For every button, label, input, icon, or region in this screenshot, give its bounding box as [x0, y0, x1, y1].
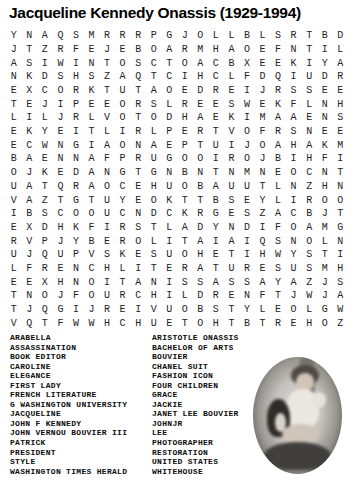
word-item[interactable]: JOHN VERNOU BOUVIER III [10, 428, 127, 438]
grid-cell[interactable]: B [239, 316, 255, 330]
grid-cell[interactable]: G [161, 29, 177, 43]
grid-cell[interactable]: L [6, 262, 22, 276]
grid-cell[interactable]: R [115, 221, 131, 235]
grid-cell[interactable]: R [6, 234, 22, 248]
grid-cell[interactable]: N [22, 289, 38, 303]
grid-cell[interactable]: O [115, 97, 131, 111]
grid-cell[interactable]: T [317, 248, 333, 262]
grid-cell[interactable]: W [301, 289, 317, 303]
grid-cell[interactable]: E [224, 289, 240, 303]
grid-cell[interactable]: E [317, 125, 333, 139]
grid-cell[interactable]: S [239, 207, 255, 221]
grid-cell[interactable]: Y [6, 29, 22, 43]
grid-cell[interactable]: W [332, 303, 348, 317]
grid-cell[interactable]: Y [115, 193, 131, 207]
grid-cell[interactable]: I [286, 152, 302, 166]
grid-cell[interactable]: N [84, 56, 100, 70]
grid-cell[interactable]: L [301, 303, 317, 317]
grid-cell[interactable]: N [332, 179, 348, 193]
grid-cell[interactable]: U [146, 152, 162, 166]
grid-cell[interactable]: T [301, 29, 317, 43]
grid-cell[interactable]: F [22, 262, 38, 276]
grid-cell[interactable]: J [99, 43, 115, 57]
grid-cell[interactable]: M [332, 138, 348, 152]
grid-cell[interactable]: T [130, 84, 146, 98]
grid-cell[interactable]: A [6, 56, 22, 70]
grid-cell[interactable]: V [6, 193, 22, 207]
grid-cell[interactable]: U [6, 179, 22, 193]
grid-cell[interactable]: C [84, 262, 100, 276]
grid-cell[interactable]: K [224, 111, 240, 125]
grid-cell[interactable]: A [84, 152, 100, 166]
grid-cell[interactable]: T [130, 111, 146, 125]
word-item[interactable]: WASHINGTON TIMES HERALD [10, 467, 127, 477]
grid-cell[interactable]: S [286, 125, 302, 139]
grid-cell[interactable]: E [255, 262, 271, 276]
grid-cell[interactable]: E [270, 56, 286, 70]
grid-cell[interactable]: A [177, 221, 193, 235]
grid-cell[interactable]: T [115, 275, 131, 289]
grid-cell[interactable]: E [332, 125, 348, 139]
grid-cell[interactable]: C [286, 207, 302, 221]
grid-cell[interactable]: B [130, 43, 146, 57]
grid-cell[interactable]: O [317, 316, 333, 330]
grid-cell[interactable]: S [301, 262, 317, 276]
grid-cell[interactable]: A [161, 43, 177, 57]
grid-cell[interactable]: A [99, 138, 115, 152]
grid-cell[interactable]: R [193, 207, 209, 221]
grid-cell[interactable]: E [6, 275, 22, 289]
grid-cell[interactable]: I [239, 84, 255, 98]
grid-cell[interactable]: I [177, 70, 193, 84]
grid-cell[interactable]: R [99, 303, 115, 317]
grid-cell[interactable]: L [317, 234, 333, 248]
grid-cell[interactable]: C [115, 207, 131, 221]
grid-cell[interactable]: B [193, 303, 209, 317]
grid-cell[interactable]: T [99, 56, 115, 70]
grid-cell[interactable]: A [115, 70, 131, 84]
grid-cell[interactable]: I [224, 138, 240, 152]
grid-cell[interactable]: Q [53, 29, 69, 43]
grid-cell[interactable]: E [115, 303, 131, 317]
word-item[interactable]: PATRICK [10, 438, 127, 448]
grid-cell[interactable]: N [301, 125, 317, 139]
grid-cell[interactable]: A [224, 234, 240, 248]
word-item[interactable]: FASHION ICON [152, 371, 239, 381]
word-item[interactable]: UNITED STATES [152, 457, 239, 467]
grid-cell[interactable]: N [130, 138, 146, 152]
grid-cell[interactable]: C [115, 316, 131, 330]
grid-cell[interactable]: T [224, 248, 240, 262]
grid-cell[interactable]: I [161, 289, 177, 303]
grid-cell[interactable]: I [255, 221, 271, 235]
grid-cell[interactable]: L [301, 97, 317, 111]
grid-cell[interactable]: E [115, 43, 131, 57]
grid-cell[interactable]: O [84, 207, 100, 221]
grid-cell[interactable]: V [22, 234, 38, 248]
word-item[interactable]: ELEGANCE [10, 371, 127, 381]
grid-cell[interactable]: E [255, 43, 271, 57]
grid-cell[interactable]: E [161, 262, 177, 276]
grid-cell[interactable]: R [270, 316, 286, 330]
grid-cell[interactable]: X [239, 56, 255, 70]
grid-cell[interactable]: U [301, 70, 317, 84]
grid-cell[interactable]: L [115, 262, 131, 276]
grid-cell[interactable]: G [317, 303, 333, 317]
word-item[interactable]: STYLE [10, 457, 127, 467]
grid-cell[interactable]: M [255, 111, 271, 125]
grid-cell[interactable]: H [332, 262, 348, 276]
grid-cell[interactable]: E [270, 166, 286, 180]
grid-cell[interactable]: O [177, 303, 193, 317]
grid-cell[interactable]: L [332, 43, 348, 57]
grid-cell[interactable]: D [193, 221, 209, 235]
grid-cell[interactable]: H [286, 138, 302, 152]
grid-cell[interactable]: J [317, 289, 333, 303]
grid-cell[interactable]: A [193, 56, 209, 70]
grid-cell[interactable]: D [146, 207, 162, 221]
grid-cell[interactable]: H [53, 275, 69, 289]
grid-cell[interactable]: R [99, 29, 115, 43]
grid-cell[interactable]: H [193, 248, 209, 262]
grid-cell[interactable]: S [239, 275, 255, 289]
word-item[interactable]: G WASHINGTON UNIVERSITY [10, 400, 127, 410]
grid-cell[interactable]: O [177, 56, 193, 70]
grid-cell[interactable]: E [332, 84, 348, 98]
grid-cell[interactable]: H [301, 152, 317, 166]
word-item[interactable]: FOUR CHILDREN [152, 381, 239, 391]
grid-cell[interactable]: D [193, 84, 209, 98]
grid-cell[interactable]: L [99, 125, 115, 139]
grid-cell[interactable]: T [146, 262, 162, 276]
grid-cell[interactable]: U [239, 179, 255, 193]
grid-cell[interactable]: Y [255, 193, 271, 207]
grid-cell[interactable]: I [239, 234, 255, 248]
grid-cell[interactable]: T [6, 303, 22, 317]
grid-cell[interactable]: U [146, 316, 162, 330]
grid-cell[interactable]: O [146, 43, 162, 57]
word-item[interactable]: BOUVIER [152, 352, 239, 362]
grid-cell[interactable]: H [317, 179, 333, 193]
grid-cell[interactable]: N [286, 179, 302, 193]
grid-cell[interactable]: L [161, 221, 177, 235]
grid-cell[interactable]: S [68, 29, 84, 43]
grid-cell[interactable]: T [255, 316, 271, 330]
grid-cell[interactable]: E [37, 152, 53, 166]
grid-cell[interactable]: E [22, 275, 38, 289]
grid-cell[interactable]: T [208, 262, 224, 276]
grid-cell[interactable]: L [208, 29, 224, 43]
grid-cell[interactable]: O [286, 303, 302, 317]
grid-cell[interactable]: R [130, 125, 146, 139]
grid-cell[interactable]: U [161, 179, 177, 193]
grid-cell[interactable]: T [193, 138, 209, 152]
grid-cell[interactable]: B [317, 29, 333, 43]
grid-cell[interactable]: V [99, 111, 115, 125]
grid-cell[interactable]: A [286, 111, 302, 125]
grid-cell[interactable]: W [37, 138, 53, 152]
grid-cell[interactable]: D [332, 29, 348, 43]
grid-cell[interactable]: L [270, 179, 286, 193]
grid-cell[interactable]: A [224, 43, 240, 57]
grid-cell[interactable]: E [53, 262, 69, 276]
grid-cell[interactable]: B [270, 152, 286, 166]
grid-cell[interactable]: C [53, 207, 69, 221]
grid-cell[interactable]: U [161, 303, 177, 317]
grid-cell[interactable]: H [99, 316, 115, 330]
word-item[interactable]: WHITEHOUSE [152, 467, 239, 477]
grid-cell[interactable]: Y [208, 221, 224, 235]
grid-cell[interactable]: S [193, 275, 209, 289]
grid-cell[interactable]: T [177, 234, 193, 248]
grid-cell[interactable]: F [53, 316, 69, 330]
grid-cell[interactable]: T [332, 207, 348, 221]
grid-cell[interactable]: I [208, 234, 224, 248]
grid-cell[interactable]: G [161, 152, 177, 166]
grid-cell[interactable]: N [68, 262, 84, 276]
grid-cell[interactable]: C [22, 138, 38, 152]
grid-cell[interactable]: R [208, 84, 224, 98]
grid-cell[interactable]: E [193, 97, 209, 111]
grid-cell[interactable]: D [239, 221, 255, 235]
grid-cell[interactable]: Q [255, 234, 271, 248]
grid-cell[interactable]: N [332, 234, 348, 248]
grid-cell[interactable]: J [37, 97, 53, 111]
grid-cell[interactable]: V [146, 303, 162, 317]
grid-cell[interactable]: N [286, 234, 302, 248]
grid-cell[interactable]: A [270, 138, 286, 152]
grid-cell[interactable]: E [99, 97, 115, 111]
grid-cell[interactable]: R [301, 193, 317, 207]
grid-cell[interactable]: G [68, 138, 84, 152]
grid-cell[interactable]: O [177, 152, 193, 166]
grid-cell[interactable]: Z [99, 70, 115, 84]
grid-cell[interactable]: O [239, 125, 255, 139]
grid-cell[interactable]: M [84, 29, 100, 43]
grid-cell[interactable]: H [255, 248, 271, 262]
grid-cell[interactable]: R [68, 84, 84, 98]
grid-cell[interactable]: B [208, 193, 224, 207]
grid-cell[interactable]: C [161, 70, 177, 84]
grid-cell[interactable]: B [22, 207, 38, 221]
grid-cell[interactable]: N [317, 166, 333, 180]
grid-cell[interactable]: C [130, 289, 146, 303]
grid-cell[interactable]: E [6, 84, 22, 98]
grid-cell[interactable]: R [130, 29, 146, 43]
grid-cell[interactable]: A [301, 221, 317, 235]
grid-cell[interactable]: E [301, 111, 317, 125]
grid-cell[interactable]: O [37, 289, 53, 303]
grid-cell[interactable]: O [115, 56, 131, 70]
grid-cell[interactable]: H [146, 289, 162, 303]
grid-cell[interactable]: J [6, 43, 22, 57]
grid-cell[interactable]: T [146, 221, 162, 235]
grid-cell[interactable]: R [239, 262, 255, 276]
grid-cell[interactable]: A [84, 166, 100, 180]
grid-cell[interactable]: F [68, 43, 84, 57]
grid-cell[interactable]: U [53, 248, 69, 262]
grid-cell[interactable]: N [99, 166, 115, 180]
grid-cell[interactable]: Y [37, 125, 53, 139]
grid-cell[interactable]: O [99, 179, 115, 193]
word-item[interactable]: FIRST LADY [10, 381, 127, 391]
grid-cell[interactable]: R [115, 234, 131, 248]
grid-cell[interactable]: S [270, 29, 286, 43]
grid-cell[interactable]: C [208, 56, 224, 70]
grid-cell[interactable]: N [22, 29, 38, 43]
grid-cell[interactable]: O [146, 111, 162, 125]
grid-cell[interactable]: A [22, 193, 38, 207]
grid-cell[interactable]: T [130, 166, 146, 180]
word-item[interactable]: ASSASSINATION [10, 343, 127, 353]
grid-cell[interactable]: O [193, 316, 209, 330]
grid-cell[interactable]: S [37, 207, 53, 221]
grid-cell[interactable]: M [317, 262, 333, 276]
grid-cell[interactable]: T [208, 166, 224, 180]
grid-cell[interactable]: E [239, 193, 255, 207]
grid-cell[interactable]: T [6, 289, 22, 303]
grid-cell[interactable]: O [193, 152, 209, 166]
grid-cell[interactable]: L [161, 97, 177, 111]
grid-cell[interactable]: I [53, 97, 69, 111]
grid-cell[interactable]: C [301, 166, 317, 180]
grid-cell[interactable]: N [224, 166, 240, 180]
grid-cell[interactable]: J [255, 152, 271, 166]
grid-cell[interactable]: H [208, 316, 224, 330]
grid-cell[interactable]: H [177, 111, 193, 125]
grid-cell[interactable]: I [332, 248, 348, 262]
grid-cell[interactable]: W [68, 316, 84, 330]
grid-cell[interactable]: K [115, 248, 131, 262]
word-item[interactable]: LEE [152, 428, 239, 438]
grid-cell[interactable]: A [37, 29, 53, 43]
word-item[interactable]: JOHNJR [152, 419, 239, 429]
grid-cell[interactable]: J [53, 289, 69, 303]
grid-cell[interactable]: E [53, 166, 69, 180]
grid-cell[interactable]: E [208, 97, 224, 111]
grid-cell[interactable]: I [161, 275, 177, 289]
grid-cell[interactable]: Q [53, 179, 69, 193]
grid-cell[interactable]: U [115, 84, 131, 98]
grid-cell[interactable]: K [84, 84, 100, 98]
grid-cell[interactable]: A [286, 275, 302, 289]
grid-cell[interactable]: W [270, 248, 286, 262]
grid-cell[interactable]: Y [270, 275, 286, 289]
grid-cell[interactable]: I [68, 125, 84, 139]
grid-cell[interactable]: H [332, 97, 348, 111]
grid-cell[interactable]: M [239, 166, 255, 180]
grid-cell[interactable]: T [177, 316, 193, 330]
grid-cell[interactable]: T [193, 193, 209, 207]
grid-cell[interactable]: Y [68, 234, 84, 248]
grid-cell[interactable]: N [68, 275, 84, 289]
grid-cell[interactable]: O [84, 289, 100, 303]
grid-cell[interactable]: U [224, 179, 240, 193]
grid-cell[interactable]: Y [239, 303, 255, 317]
grid-cell[interactable]: T [224, 303, 240, 317]
grid-cell[interactable]: J [239, 138, 255, 152]
grid-cell[interactable]: Z [332, 316, 348, 330]
grid-cell[interactable]: L [224, 70, 240, 84]
grid-cell[interactable]: N [193, 166, 209, 180]
grid-cell[interactable]: E [6, 138, 22, 152]
grid-cell[interactable]: O [177, 179, 193, 193]
grid-cell[interactable]: E [161, 316, 177, 330]
grid-cell[interactable]: X [22, 221, 38, 235]
grid-cell[interactable]: L [224, 29, 240, 43]
grid-cell[interactable]: J [22, 166, 38, 180]
grid-cell[interactable]: S [146, 248, 162, 262]
grid-cell[interactable]: T [6, 97, 22, 111]
grid-cell[interactable]: V [6, 316, 22, 330]
grid-cell[interactable]: F [99, 152, 115, 166]
grid-cell[interactable]: G [68, 193, 84, 207]
grid-cell[interactable]: N [53, 152, 69, 166]
grid-cell[interactable]: N [286, 43, 302, 57]
grid-cell[interactable]: M [193, 43, 209, 57]
word-item[interactable]: PHOTOGRAPHER [152, 438, 239, 448]
grid-cell[interactable]: C [208, 70, 224, 84]
grid-cell[interactable]: A [84, 179, 100, 193]
grid-cell[interactable]: N [6, 70, 22, 84]
grid-cell[interactable]: U [286, 262, 302, 276]
grid-cell[interactable]: E [224, 207, 240, 221]
grid-cell[interactable]: T [37, 179, 53, 193]
grid-cell[interactable]: C [161, 207, 177, 221]
grid-cell[interactable]: U [6, 248, 22, 262]
grid-cell[interactable]: R [270, 125, 286, 139]
grid-cell[interactable]: N [255, 166, 271, 180]
grid-cell[interactable]: L [84, 111, 100, 125]
grid-cell[interactable]: B [239, 29, 255, 43]
grid-cell[interactable]: I [99, 275, 115, 289]
grid-cell[interactable]: E [224, 84, 240, 98]
grid-cell[interactable]: S [224, 275, 240, 289]
grid-cell[interactable]: U [161, 248, 177, 262]
grid-cell[interactable]: I [130, 262, 146, 276]
grid-cell[interactable]: T [301, 43, 317, 57]
grid-cell[interactable]: N [68, 152, 84, 166]
grid-cell[interactable]: K [317, 138, 333, 152]
grid-cell[interactable]: E [6, 221, 22, 235]
word-item[interactable]: BACHELOR OF ARTS [152, 343, 239, 353]
grid-cell[interactable]: A [301, 138, 317, 152]
grid-cell[interactable]: E [208, 111, 224, 125]
grid-cell[interactable]: E [177, 125, 193, 139]
grid-cell[interactable]: F [68, 289, 84, 303]
grid-cell[interactable]: W [84, 316, 100, 330]
grid-cell[interactable]: E [161, 138, 177, 152]
grid-cell[interactable]: L [270, 193, 286, 207]
grid-cell[interactable]: K [177, 207, 193, 221]
word-item[interactable]: RESTORATION [152, 448, 239, 458]
grid-cell[interactable]: D [161, 111, 177, 125]
grid-cell[interactable]: A [146, 84, 162, 98]
grid-cell[interactable]: S [301, 248, 317, 262]
grid-cell[interactable]: I [286, 193, 302, 207]
grid-cell[interactable]: D [255, 70, 271, 84]
grid-cell[interactable]: B [6, 152, 22, 166]
grid-cell[interactable]: V [84, 248, 100, 262]
grid-cell[interactable]: K [270, 97, 286, 111]
grid-cell[interactable]: R [286, 29, 302, 43]
grid-cell[interactable]: H [193, 70, 209, 84]
grid-cell[interactable]: R [37, 262, 53, 276]
grid-cell[interactable]: A [255, 275, 271, 289]
grid-cell[interactable]: N [146, 275, 162, 289]
grid-cell[interactable]: K [68, 221, 84, 235]
grid-cell[interactable]: S [208, 303, 224, 317]
